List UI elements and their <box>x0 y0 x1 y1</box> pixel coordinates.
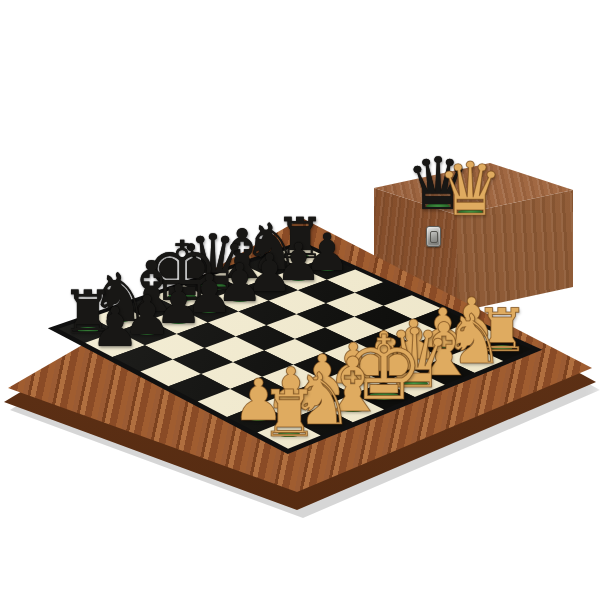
chess-set-photo: { "game": "chess", "scene_description": … <box>0 0 600 600</box>
box-piece-white-queen[interactable]: ♛ <box>433 153 507 227</box>
piece-black-pawn-h7[interactable]: ♟ <box>88 300 143 355</box>
chess-board: ♜♞♟♝♟♛♟♚♟♝♟♞♟♜♟♟♟♟♜♟♞♟♝♟♛♟♚♟♝♟♞♜♛♛ <box>0 0 600 600</box>
piece-white-rook-h1[interactable]: ♜ <box>257 382 322 447</box>
